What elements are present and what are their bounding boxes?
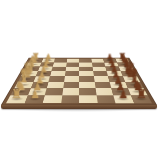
chess-board: ♜♟♟♜♞♟♟♞♝♟♟♝♛♟♟♛♚♟♟♚♝♟♟♝♞♟♟♞♜♟♟♜ <box>1 58 157 105</box>
square-h6 <box>96 95 115 103</box>
product-photo-scene: ♜♟♟♜♞♟♟♞♝♟♟♝♛♟♟♛♚♟♟♚♝♟♟♝♞♟♟♞♜♟♟♜ <box>0 0 160 160</box>
square-h8: ♜ <box>130 95 152 103</box>
black-pawn-h7: ♟ <box>119 89 128 100</box>
white-pawn-h2: ♟ <box>30 89 39 100</box>
square-h4 <box>61 95 79 103</box>
square-e4 <box>64 76 79 82</box>
black-rook-h8: ♜ <box>135 87 146 99</box>
square-h5 <box>79 95 97 103</box>
square-g6 <box>95 88 113 95</box>
square-g3 <box>45 88 63 95</box>
square-h2: ♟ <box>24 95 44 103</box>
square-e3 <box>48 76 64 82</box>
square-e6 <box>94 76 110 82</box>
square-g4 <box>62 88 79 95</box>
square-e5 <box>79 76 94 82</box>
square-g5 <box>79 88 96 95</box>
board-side-edge <box>1 105 157 109</box>
square-h7: ♟ <box>113 95 133 103</box>
white-rook-h1: ♜ <box>11 87 22 99</box>
square-h1: ♜ <box>6 95 28 103</box>
square-h3 <box>43 95 62 103</box>
